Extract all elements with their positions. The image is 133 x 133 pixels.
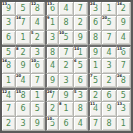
cell-digit: 2 [78, 19, 83, 27]
cell-digit: 3 [6, 19, 11, 27]
cell-digit: 9 [20, 62, 25, 70]
cage-sum-label: 8 [16, 47, 19, 51]
cell-digit: 2 [121, 5, 126, 13]
cell-r4c0[interactable]: 168 [2, 59, 16, 73]
cell-digit: 7 [78, 5, 83, 13]
cell-digit: 3 [50, 34, 55, 42]
cage-sum-label: 13 [117, 102, 123, 106]
cell-r6c1[interactable]: 158 [16, 88, 30, 102]
cell-digit: 3 [78, 92, 83, 100]
cage-sum-label: 12 [2, 90, 8, 94]
cage-sum-label: 15 [16, 90, 22, 94]
cell-digit: 1 [50, 19, 55, 27]
cell-r1c1[interactable]: 167 [16, 16, 30, 30]
cell-r3c4[interactable]: 7 [59, 45, 73, 59]
cell-r5c2[interactable]: 7 [31, 74, 45, 88]
cell-digit: 8 [78, 105, 83, 113]
cell-digit: 4 [50, 62, 55, 70]
cell-digit: 7 [106, 34, 111, 42]
cage-sum-label: 26 [117, 74, 123, 78]
cage-sum-label: 10 [47, 117, 53, 121]
cell-r8c5[interactable]: 4 [74, 117, 88, 131]
cell-r4c7[interactable]: 3 [102, 59, 116, 73]
cell-r8c2[interactable]: 9 [31, 117, 45, 131]
cell-r2c7[interactable]: 7 [102, 31, 116, 45]
cell-r6c6[interactable]: 2 [88, 88, 102, 102]
cell-digit: 4 [63, 5, 68, 13]
cell-digit: 3 [106, 62, 111, 70]
cage-sum-label: 15 [117, 47, 123, 51]
cell-r0c7[interactable]: 1 [102, 2, 116, 16]
cell-r3c5[interactable]: 141 [74, 45, 88, 59]
cell-r1c0[interactable]: 3 [2, 16, 16, 30]
cell-digit: 3 [35, 49, 40, 57]
cell-r8c7[interactable]: 8 [102, 117, 116, 131]
cell-r4c3[interactable]: 4 [45, 59, 59, 73]
cell-digit: 9 [106, 105, 111, 113]
cage-sum-label: 16 [16, 16, 22, 20]
cell-digit: 1 [121, 120, 126, 128]
cell-r2c3[interactable]: 3 [45, 31, 59, 45]
cell-r5c1[interactable]: 204 [16, 74, 30, 88]
cell-digit: 7 [121, 62, 126, 70]
sudoku-board: 1395128136472431162316749182620596152310… [0, 0, 133, 133]
cell-r6c7[interactable]: 6 [102, 88, 116, 102]
cell-digit: 6 [106, 92, 111, 100]
cell-digit: 9 [78, 34, 83, 42]
cell-r2c1[interactable]: 1 [16, 31, 30, 45]
cage-sum-label: 11 [90, 102, 96, 106]
cell-r7c7[interactable]: 9 [102, 102, 116, 116]
cell-digit: 4 [78, 120, 83, 128]
cage-sum-label: 13 [2, 2, 8, 6]
cell-digit: 2 [6, 120, 11, 128]
cell-r7c6[interactable]: 114 [88, 102, 102, 116]
cell-r3c7[interactable]: 4 [102, 45, 116, 59]
cell-r8c4[interactable]: 6 [59, 117, 73, 131]
cell-r5c4[interactable]: 3 [59, 74, 73, 88]
cell-digit: 6 [20, 105, 25, 113]
cell-r7c4[interactable]: 81 [59, 102, 73, 116]
cell-r0c6[interactable]: 243 [88, 2, 102, 16]
cell-digit: 9 [121, 19, 126, 27]
cell-r0c3[interactable]: 136 [45, 2, 59, 16]
cell-r7c0[interactable]: 7 [2, 102, 16, 116]
cell-digit: 5 [93, 77, 98, 85]
cell-r3c3[interactable]: 8 [45, 45, 59, 59]
cell-digit: 8 [50, 49, 55, 57]
cage-sum-label: 10 [31, 59, 37, 63]
cell-r8c0[interactable]: 2 [2, 117, 16, 131]
cell-digit: 4 [35, 19, 40, 27]
cell-r8c3[interactable]: 105 [45, 117, 59, 131]
cell-r4c8[interactable]: 7 [117, 59, 131, 73]
cell-digit: 9 [50, 77, 55, 85]
cell-digit: 5 [20, 5, 25, 13]
cell-digit: 6 [93, 19, 98, 27]
cell-digit: 3 [20, 120, 25, 128]
cell-digit: 9 [63, 92, 68, 100]
cell-r2c8[interactable]: 4 [117, 31, 131, 45]
cell-r2c2[interactable]: 52 [31, 31, 45, 45]
killer-sudoku-app: 1395128136472431162316749182620596152310… [0, 0, 133, 133]
cell-r5c5[interactable]: 6 [74, 74, 88, 88]
cell-r2c4[interactable]: 105 [59, 31, 73, 45]
cell-r3c0[interactable]: 5 [2, 45, 16, 59]
cell-digit: 4 [106, 49, 111, 57]
cage-sum-label: 9 [47, 16, 50, 20]
cell-digit: 5 [78, 62, 83, 70]
cell-r2c5[interactable]: 9 [74, 31, 88, 45]
cell-r5c6[interactable]: 75 [88, 74, 102, 88]
cage-sum-label: 7 [90, 74, 93, 78]
cage-sum-label: 13 [47, 2, 53, 6]
cell-r5c3[interactable]: 9 [45, 74, 59, 88]
cell-r7c8[interactable]: 133 [117, 102, 131, 116]
cell-r0c4[interactable]: 4 [59, 2, 73, 16]
cell-digit: 3 [121, 105, 126, 113]
cell-r7c5[interactable]: 8 [74, 102, 88, 116]
cell-r4c2[interactable]: 106 [31, 59, 45, 73]
cell-r6c0[interactable]: 124 [2, 88, 16, 102]
cage-sum-label: 16 [2, 59, 8, 63]
cage-sum-label: 14 [74, 47, 80, 51]
cell-digit: 1 [63, 105, 68, 113]
cell-digit: 6 [78, 77, 83, 85]
cell-r5c8[interactable]: 268 [117, 74, 131, 88]
cell-r7c1[interactable]: 6 [16, 102, 30, 116]
cell-digit: 5 [121, 92, 126, 100]
cell-r3c8[interactable]: 156 [117, 45, 131, 59]
cell-r7c3[interactable]: 2 [45, 102, 59, 116]
cell-digit: 8 [93, 34, 98, 42]
cell-r6c4[interactable]: 9 [59, 88, 73, 102]
cell-r5c0[interactable]: 1 [2, 74, 16, 88]
cell-digit: 7 [63, 49, 68, 57]
cage-sum-label: 26 [47, 90, 53, 94]
cage-sum-label: 6 [74, 59, 77, 63]
cell-r1c5[interactable]: 2 [74, 16, 88, 30]
cell-r6c3[interactable]: 267 [45, 88, 59, 102]
cell-digit: 1 [35, 92, 40, 100]
cell-r3c6[interactable]: 9 [88, 45, 102, 59]
cell-r5c7[interactable]: 2 [102, 74, 116, 88]
cell-r3c1[interactable]: 82 [16, 45, 30, 59]
cell-r8c1[interactable]: 3 [16, 117, 30, 131]
cell-r1c7[interactable]: 205 [102, 16, 116, 30]
cell-digit: 1 [93, 62, 98, 70]
cell-r2c0[interactable]: 6 [2, 31, 16, 45]
cell-digit: 8 [6, 62, 11, 70]
cell-digit: 5 [35, 105, 40, 113]
cell-digit: 3 [63, 77, 68, 85]
cell-digit: 9 [6, 5, 11, 13]
cell-digit: 9 [93, 49, 98, 57]
cell-r0c8[interactable]: 162 [117, 2, 131, 16]
cell-digit: 7 [20, 19, 25, 27]
cell-digit: 4 [93, 105, 98, 113]
cage-sum-label: 5 [74, 90, 77, 94]
cell-digit: 6 [35, 62, 40, 70]
cell-r1c3[interactable]: 91 [45, 16, 59, 30]
cell-r4c5[interactable]: 65 [74, 59, 88, 73]
cell-digit: 6 [63, 120, 68, 128]
cell-digit: 2 [93, 92, 98, 100]
cell-digit: 6 [6, 34, 11, 42]
cell-digit: 8 [35, 5, 40, 13]
cell-r1c6[interactable]: 6 [88, 16, 102, 30]
cage-sum-label: 20 [16, 74, 22, 78]
cell-r4c6[interactable]: 1 [88, 59, 102, 73]
cell-digit: 2 [35, 34, 40, 42]
cell-digit: 2 [106, 77, 111, 85]
cell-digit: 8 [63, 19, 68, 27]
cell-digit: 2 [63, 62, 68, 70]
cell-digit: 3 [93, 5, 98, 13]
cage-sum-label: 20 [102, 16, 108, 20]
cell-r2c6[interactable]: 8 [88, 31, 102, 45]
cell-r0c2[interactable]: 128 [31, 2, 45, 16]
cell-digit: 2 [50, 105, 55, 113]
cell-digit: 7 [6, 105, 11, 113]
cell-digit: 4 [121, 34, 126, 42]
cell-r1c4[interactable]: 8 [59, 16, 73, 30]
cell-r3c2[interactable]: 3 [31, 45, 45, 59]
cell-digit: 8 [106, 120, 111, 128]
cage-sum-label: 16 [117, 2, 123, 6]
cell-digit: 1 [106, 5, 111, 13]
cell-r6c8[interactable]: 5 [117, 88, 131, 102]
cell-r4c4[interactable]: 2 [59, 59, 73, 73]
cell-digit: 9 [35, 120, 40, 128]
cage-sum-label: 24 [90, 2, 96, 6]
cage-sum-label: 10 [59, 31, 65, 35]
cell-r8c8[interactable]: 1 [117, 117, 131, 131]
cell-r4c1[interactable]: 9 [16, 59, 30, 73]
cell-r0c1[interactable]: 5 [16, 2, 30, 16]
cage-sum-label: 5 [31, 31, 34, 35]
cell-r0c5[interactable]: 7 [74, 2, 88, 16]
cell-digit: 1 [6, 77, 11, 85]
cell-r1c8[interactable]: 9 [117, 16, 131, 30]
cell-r6c2[interactable]: 1 [31, 88, 45, 102]
cell-r6c5[interactable]: 53 [74, 88, 88, 102]
cell-digit: 5 [106, 19, 111, 27]
cage-sum-label: 12 [31, 2, 37, 6]
cell-digit: 7 [35, 77, 40, 85]
cell-r0c0[interactable]: 139 [2, 2, 16, 16]
cell-digit: 6 [50, 5, 55, 13]
cell-r1c2[interactable]: 4 [31, 16, 45, 30]
cell-digit: 1 [20, 34, 25, 42]
cell-r8c6[interactable]: 7 [88, 117, 102, 131]
cell-r7c2[interactable]: 5 [31, 102, 45, 116]
cell-digit: 5 [6, 49, 11, 57]
cell-digit: 7 [93, 120, 98, 128]
cell-digit: 2 [20, 49, 25, 57]
cage-sum-label: 8 [59, 102, 62, 106]
